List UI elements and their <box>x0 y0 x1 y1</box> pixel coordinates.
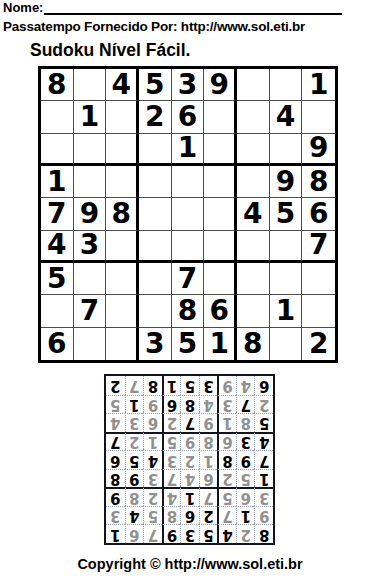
solution-cell: 6 <box>125 524 144 543</box>
puzzle-cell: 1 <box>270 295 303 327</box>
solution-cell: 9 <box>254 506 273 525</box>
solution-cell: 4 <box>217 524 236 543</box>
puzzle-cell: 5 <box>172 328 205 360</box>
solution-cell: 5 <box>180 376 199 395</box>
puzzle-cell <box>106 295 139 327</box>
solution-cell: 2 <box>217 469 236 488</box>
puzzle-cell <box>302 295 335 327</box>
puzzle-cell <box>204 198 237 230</box>
name-label: Nome: <box>3 1 43 15</box>
solution-board: 8245397619172685433657142891526473987981… <box>104 374 275 545</box>
puzzle-cell: 7 <box>41 198 74 230</box>
puzzle-cell: 5 <box>270 198 303 230</box>
solution-cell: 4 <box>125 506 144 525</box>
solution-cell: 9 <box>106 487 125 506</box>
solution-cell: 9 <box>180 432 199 451</box>
solution-cell: 3 <box>236 432 255 451</box>
puzzle-cell <box>139 263 172 295</box>
solution-cell: 1 <box>199 450 218 469</box>
solution-cell: 5 <box>106 395 125 414</box>
puzzle-cell: 9 <box>204 69 237 101</box>
solution-cell: 1 <box>217 413 236 432</box>
solution-cell: 8 <box>236 413 255 432</box>
puzzle-cell: 3 <box>139 328 172 360</box>
puzzle-cell <box>237 263 270 295</box>
solution-cell: 1 <box>236 506 255 525</box>
solution-cell: 7 <box>217 506 236 525</box>
solution-cell: 6 <box>254 376 273 395</box>
puzzle-cell <box>74 166 107 198</box>
solution-cell: 2 <box>236 524 255 543</box>
copyright: Copyright © http://www.sol.eti.br <box>0 556 380 572</box>
solution-cell: 2 <box>254 395 273 414</box>
solution-cell: 4 <box>199 395 218 414</box>
puzzle-cell: 4 <box>270 101 303 133</box>
solution-cell: 8 <box>217 450 236 469</box>
puzzle-cell: 5 <box>41 263 74 295</box>
puzzle-cell: 1 <box>74 101 107 133</box>
solution-cell: 7 <box>106 432 125 451</box>
puzzle-cell <box>302 263 335 295</box>
puzzle-cell <box>237 295 270 327</box>
solution-cell: 7 <box>236 395 255 414</box>
solution-cell: 3 <box>125 413 144 432</box>
puzzle-cell <box>237 166 270 198</box>
solution-cell: 6 <box>180 506 199 525</box>
puzzle-cell: 7 <box>172 263 205 295</box>
solution-cell: 9 <box>143 395 162 414</box>
name-blank-line <box>44 1 342 15</box>
puzzle-cell <box>106 328 139 360</box>
solution-cell: 8 <box>125 487 144 506</box>
puzzle-cell: 7 <box>74 295 107 327</box>
puzzle-cell <box>172 231 205 263</box>
solution-cell: 3 <box>199 376 218 395</box>
puzzle-cell <box>139 134 172 166</box>
solution-cell: 2 <box>180 450 199 469</box>
solution-cell: 5 <box>217 487 236 506</box>
puzzle-cell: 8 <box>302 166 335 198</box>
puzzle-cell <box>204 101 237 133</box>
puzzle-cell: 6 <box>204 295 237 327</box>
puzzle-cell <box>41 134 74 166</box>
solution-cell: 7 <box>254 450 273 469</box>
solution-cell: 4 <box>106 413 125 432</box>
puzzle-cell: 5 <box>139 69 172 101</box>
solution-cell: 8 <box>254 524 273 543</box>
puzzle-cell <box>302 101 335 133</box>
solution-cell: 2 <box>162 413 181 432</box>
puzzle-cell <box>74 263 107 295</box>
solution-cell: 9 <box>217 376 236 395</box>
solution-cell: 5 <box>162 432 181 451</box>
puzzle-cell <box>204 134 237 166</box>
solution-cell: 5 <box>199 524 218 543</box>
puzzle-cell: 8 <box>106 198 139 230</box>
solution-cell: 4 <box>236 376 255 395</box>
puzzle-cell <box>74 134 107 166</box>
solution-cell: 6 <box>106 450 125 469</box>
name-row: Nome: <box>3 1 342 15</box>
worksheet-page: Nome: Passatempo Fornecido Por: http://w… <box>0 0 380 585</box>
puzzle-cell <box>106 101 139 133</box>
puzzle-cell: 1 <box>172 134 205 166</box>
puzzle-cell: 4 <box>237 198 270 230</box>
puzzle-cell: 6 <box>41 328 74 360</box>
puzzle-cell <box>204 166 237 198</box>
solution-cell: 2 <box>125 432 144 451</box>
puzzle-cell <box>270 328 303 360</box>
puzzle-cell: 6 <box>302 198 335 230</box>
puzzle-cell <box>139 166 172 198</box>
page-title: Sudoku Nível Fácil. <box>30 40 190 61</box>
puzzle-cell <box>270 134 303 166</box>
solution-cell: 9 <box>199 413 218 432</box>
puzzle-board: 845391126419198798456437577861635182 <box>38 66 338 363</box>
solution-cell: 8 <box>180 395 199 414</box>
puzzle-cell: 1 <box>204 328 237 360</box>
solution-cell: 2 <box>106 376 125 395</box>
puzzle-cell: 8 <box>41 69 74 101</box>
puzzle-cell <box>106 166 139 198</box>
solution-cell: 3 <box>217 395 236 414</box>
solution-cell: 1 <box>106 524 125 543</box>
solution-cell: 9 <box>236 450 255 469</box>
solution-cell: 6 <box>236 487 255 506</box>
puzzle-cell <box>74 69 107 101</box>
puzzle-cell: 9 <box>270 166 303 198</box>
solution-cell: 5 <box>143 506 162 525</box>
solution-cell: 1 <box>143 432 162 451</box>
puzzle-cell: 9 <box>302 134 335 166</box>
solution-cell: 7 <box>199 487 218 506</box>
puzzle-cell <box>139 198 172 230</box>
puzzle-cell: 7 <box>302 231 335 263</box>
solution-cell: 6 <box>162 395 181 414</box>
solution-cell: 1 <box>162 376 181 395</box>
puzzle-cell <box>106 231 139 263</box>
puzzle-cell: 2 <box>302 328 335 360</box>
solution-cell: 9 <box>162 524 181 543</box>
puzzle-cell: 9 <box>74 198 107 230</box>
solution-cell: 7 <box>180 413 199 432</box>
solution-cell: 3 <box>143 469 162 488</box>
solution-cell: 7 <box>125 376 144 395</box>
puzzle-cell <box>270 69 303 101</box>
solution-cell: 8 <box>143 376 162 395</box>
solution-cell: 2 <box>199 506 218 525</box>
puzzle-cell <box>139 231 172 263</box>
solution-cell: 3 <box>180 524 199 543</box>
solution-cell: 6 <box>143 413 162 432</box>
solution-cell: 4 <box>162 487 181 506</box>
solution-cell: 8 <box>199 432 218 451</box>
solution-cell: 8 <box>162 506 181 525</box>
puzzle-cell: 4 <box>106 69 139 101</box>
solution-cell: 3 <box>162 450 181 469</box>
puzzle-cell: 4 <box>41 231 74 263</box>
solution-cell: 9 <box>125 469 144 488</box>
solution-cell: 5 <box>254 413 273 432</box>
puzzle-cell <box>237 134 270 166</box>
solution-cell: 4 <box>143 450 162 469</box>
puzzle-cell <box>172 166 205 198</box>
puzzle-cell <box>237 101 270 133</box>
solution-cell: 4 <box>180 469 199 488</box>
puzzle-cell <box>41 295 74 327</box>
puzzle-cell <box>270 263 303 295</box>
solution-cell: 1 <box>125 395 144 414</box>
puzzle-cell: 6 <box>172 101 205 133</box>
puzzle-cell <box>204 231 237 263</box>
puzzle-cell: 1 <box>302 69 335 101</box>
puzzle-cell <box>270 231 303 263</box>
puzzle-cell <box>237 69 270 101</box>
puzzle-cell <box>139 295 172 327</box>
puzzle-cell <box>172 198 205 230</box>
puzzle-cell: 2 <box>139 101 172 133</box>
puzzle-cell <box>106 134 139 166</box>
solution-cell: 5 <box>236 469 255 488</box>
solution-cell: 1 <box>254 469 273 488</box>
solution-cell: 4 <box>254 432 273 451</box>
puzzle-cell <box>237 231 270 263</box>
puzzle-cell <box>204 263 237 295</box>
solution-cell: 6 <box>217 432 236 451</box>
solution-cell: 3 <box>106 506 125 525</box>
puzzle-cell: 1 <box>41 166 74 198</box>
solution-cell: 7 <box>162 469 181 488</box>
puzzle-cell <box>74 328 107 360</box>
solution-cell: 7 <box>143 524 162 543</box>
puzzle-cell: 3 <box>74 231 107 263</box>
solution-cell: 3 <box>254 487 273 506</box>
solution-cell: 5 <box>125 450 144 469</box>
puzzle-cell: 8 <box>237 328 270 360</box>
solution-cell: 2 <box>143 487 162 506</box>
puzzle-cell <box>41 101 74 133</box>
solution-cell: 8 <box>106 469 125 488</box>
solution-cell: 1 <box>180 487 199 506</box>
solution-cell: 6 <box>199 469 218 488</box>
provided-by-text: Passatempo Fornecido Por: http://www.sol… <box>3 19 305 34</box>
puzzle-cell: 3 <box>172 69 205 101</box>
puzzle-cell <box>106 263 139 295</box>
puzzle-cell: 8 <box>172 295 205 327</box>
